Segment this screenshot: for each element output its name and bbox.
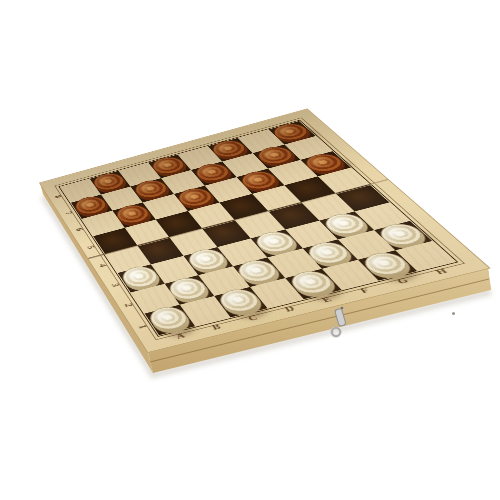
product-photo: ABCDEFGH 87654321	[0, 0, 500, 500]
dust-speck	[452, 312, 455, 315]
